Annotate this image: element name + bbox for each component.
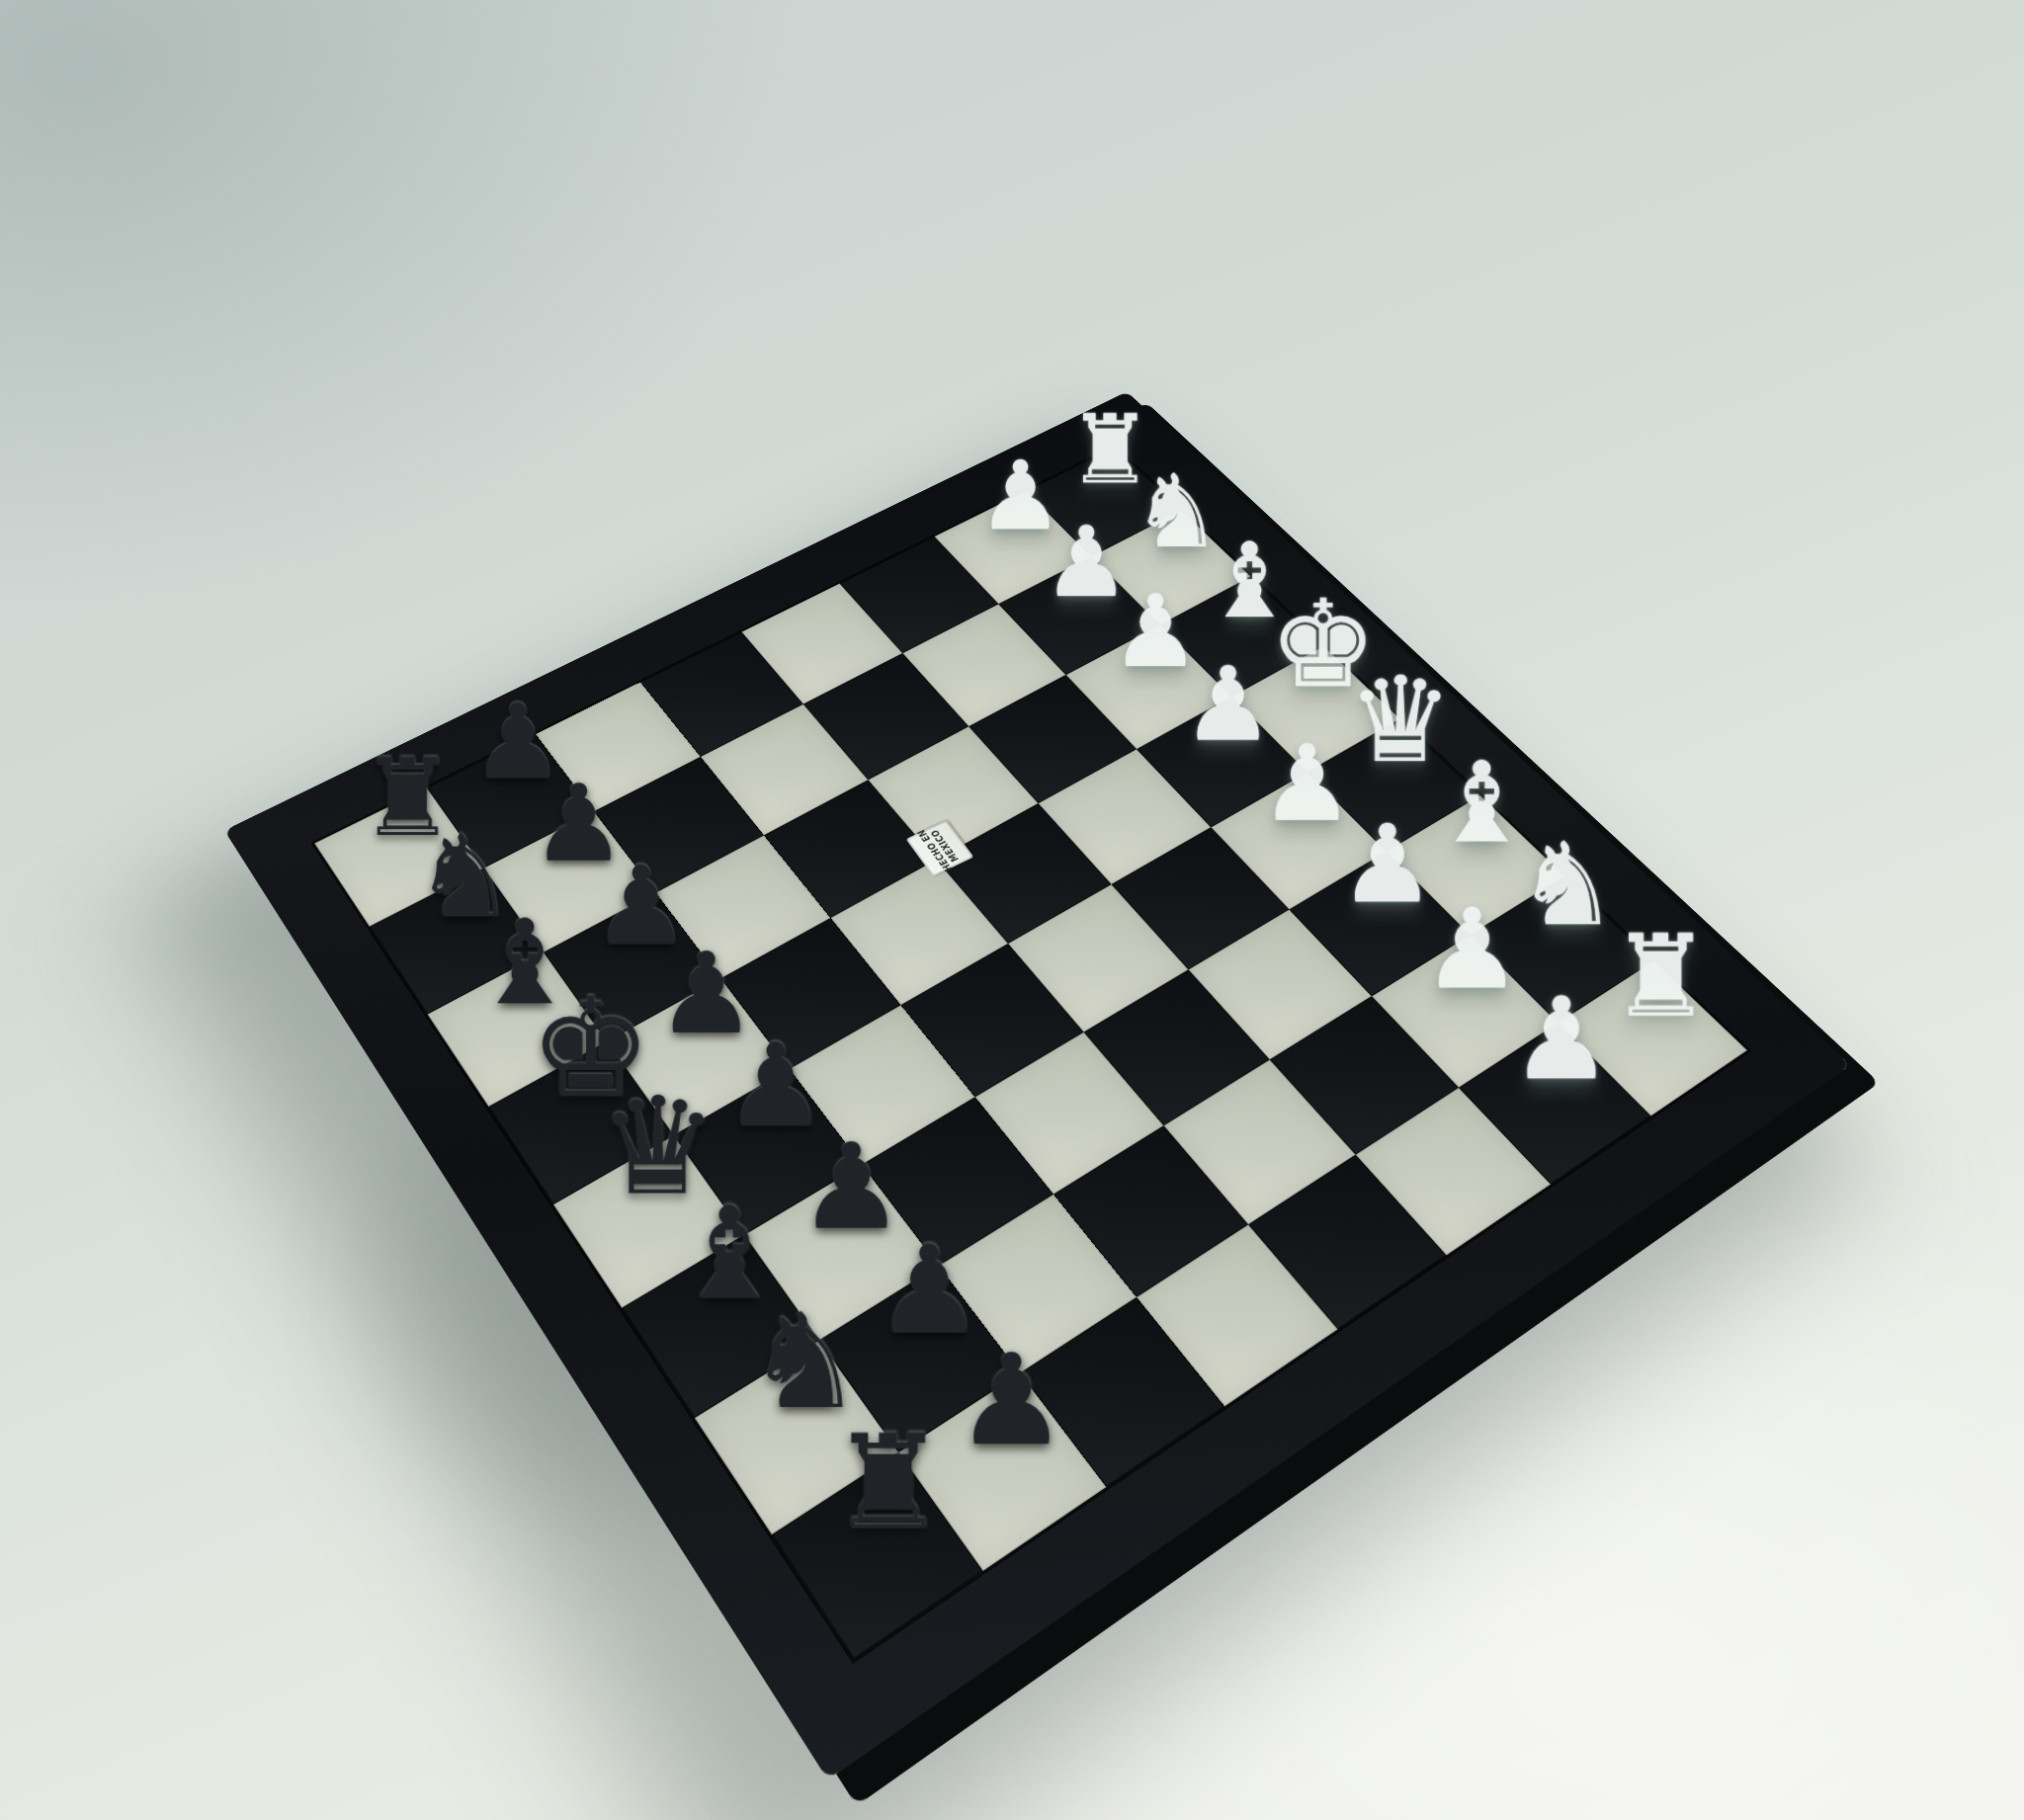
table-surface: ♜♞♝♛♚♝♞♜♟♟♟♟♟♟♟♟HECHO ENMEXICO♟♟♟♟♟♟♟♟♜♞… [0,0,2024,1820]
square-e4[interactable] [936,803,1111,944]
piece-white-pawn[interactable]: ♟ [1495,982,1628,1096]
square-d5[interactable] [900,944,1083,1097]
piece-black-rook[interactable]: ♜ [809,1417,967,1548]
square-a8[interactable]: ♜ [772,1452,983,1659]
